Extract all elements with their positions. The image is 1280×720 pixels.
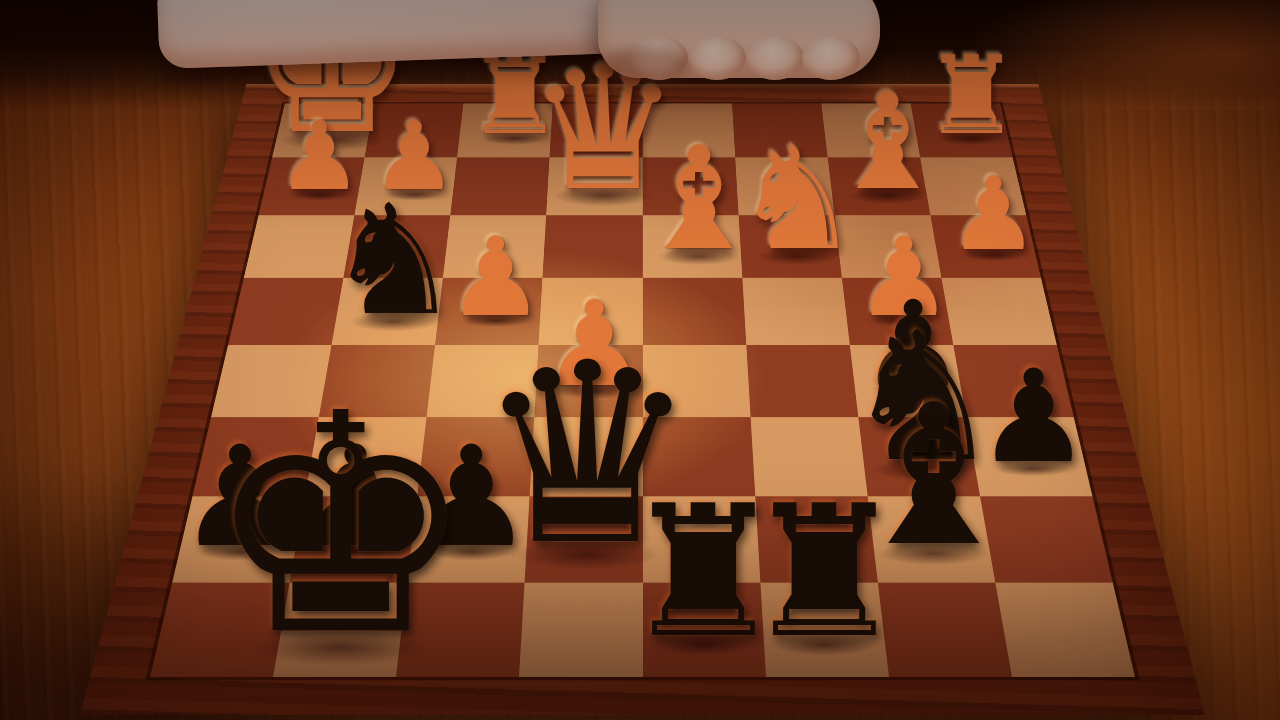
piece-black-knight-g4: ♞: [325, 185, 461, 337]
piece-black-rook-d8: ♜: [622, 481, 785, 663]
piece-layer: ♚♜♜♛♝♟♟♝♞♟♟♟♞♟♟♞♟♛♝♟♟♟♚♜♜: [0, 0, 1280, 720]
piece-black-king-g8: ♚: [205, 374, 477, 677]
piece-white-pawn-a3: ♟: [948, 164, 1039, 265]
chess-photo-scene: ♚♜♜♛♝♟♟♝♞♟♟♟♞♟♟♞♟♛♝♟♟♟♚♜♜: [0, 0, 1280, 720]
piece-white-knight-c3: ♞: [734, 128, 861, 270]
